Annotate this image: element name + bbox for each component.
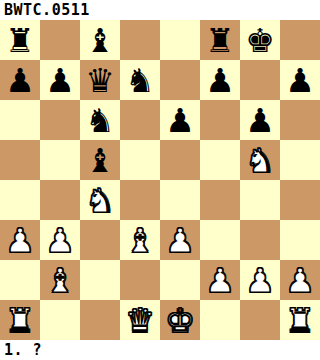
- square-f8[interactable]: ♜: [200, 20, 240, 60]
- square-a7[interactable]: ♟: [0, 60, 40, 100]
- square-c2[interactable]: [80, 260, 120, 300]
- white-bishop-piece: ♝: [45, 264, 75, 297]
- white-pawn-piece: ♟: [245, 264, 275, 297]
- white-pawn-piece: ♟: [45, 224, 75, 257]
- square-g4[interactable]: [240, 180, 280, 220]
- square-a5[interactable]: [0, 140, 40, 180]
- square-a4[interactable]: [0, 180, 40, 220]
- white-pawn-piece: ♟: [5, 224, 35, 257]
- white-knight-piece: ♞: [245, 144, 275, 177]
- square-g7[interactable]: [240, 60, 280, 100]
- square-g8[interactable]: ♚: [240, 20, 280, 60]
- square-b5[interactable]: [40, 140, 80, 180]
- square-f5[interactable]: [200, 140, 240, 180]
- black-pawn-piece: ♟: [245, 104, 275, 137]
- square-b1[interactable]: [40, 300, 80, 340]
- square-h2[interactable]: ♟: [280, 260, 320, 300]
- square-d5[interactable]: [120, 140, 160, 180]
- square-e5[interactable]: [160, 140, 200, 180]
- square-c3[interactable]: [80, 220, 120, 260]
- square-b4[interactable]: [40, 180, 80, 220]
- square-d8[interactable]: [120, 20, 160, 60]
- square-c7[interactable]: ♛: [80, 60, 120, 100]
- square-c5[interactable]: ♝: [80, 140, 120, 180]
- square-f2[interactable]: ♟: [200, 260, 240, 300]
- black-bishop-piece: ♝: [85, 144, 115, 177]
- square-d6[interactable]: [120, 100, 160, 140]
- black-king-piece: ♚: [245, 24, 275, 57]
- square-d1[interactable]: ♛: [120, 300, 160, 340]
- black-rook-piece: ♜: [5, 24, 35, 57]
- square-b7[interactable]: ♟: [40, 60, 80, 100]
- black-pawn-piece: ♟: [285, 64, 315, 97]
- black-bishop-piece: ♝: [85, 24, 115, 57]
- square-a1[interactable]: ♜: [0, 300, 40, 340]
- square-e1[interactable]: ♚: [160, 300, 200, 340]
- white-king-piece: ♚: [165, 304, 195, 337]
- square-d2[interactable]: [120, 260, 160, 300]
- square-a3[interactable]: ♟: [0, 220, 40, 260]
- square-e2[interactable]: [160, 260, 200, 300]
- square-g3[interactable]: [240, 220, 280, 260]
- square-f3[interactable]: [200, 220, 240, 260]
- square-f6[interactable]: [200, 100, 240, 140]
- black-pawn-piece: ♟: [165, 104, 195, 137]
- square-b8[interactable]: [40, 20, 80, 60]
- square-a6[interactable]: [0, 100, 40, 140]
- square-h7[interactable]: ♟: [280, 60, 320, 100]
- puzzle-title: BWTC.0511: [0, 0, 320, 20]
- square-e8[interactable]: [160, 20, 200, 60]
- white-rook-piece: ♜: [5, 304, 35, 337]
- black-pawn-piece: ♟: [5, 64, 35, 97]
- square-e6[interactable]: ♟: [160, 100, 200, 140]
- white-pawn-piece: ♟: [205, 264, 235, 297]
- square-h1[interactable]: ♜: [280, 300, 320, 340]
- square-c4[interactable]: ♞: [80, 180, 120, 220]
- square-e3[interactable]: ♟: [160, 220, 200, 260]
- white-bishop-piece: ♝: [125, 224, 155, 257]
- black-pawn-piece: ♟: [45, 64, 75, 97]
- square-c6[interactable]: ♞: [80, 100, 120, 140]
- square-e7[interactable]: [160, 60, 200, 100]
- white-pawn-piece: ♟: [285, 264, 315, 297]
- square-a8[interactable]: ♜: [0, 20, 40, 60]
- square-f4[interactable]: [200, 180, 240, 220]
- white-pawn-piece: ♟: [165, 224, 195, 257]
- square-a2[interactable]: [0, 260, 40, 300]
- square-f1[interactable]: [200, 300, 240, 340]
- square-b6[interactable]: [40, 100, 80, 140]
- white-knight-piece: ♞: [85, 184, 115, 217]
- square-h6[interactable]: [280, 100, 320, 140]
- white-rook-piece: ♜: [285, 304, 315, 337]
- square-h4[interactable]: [280, 180, 320, 220]
- square-e4[interactable]: [160, 180, 200, 220]
- square-h3[interactable]: [280, 220, 320, 260]
- square-c8[interactable]: ♝: [80, 20, 120, 60]
- black-rook-piece: ♜: [205, 24, 235, 57]
- square-g2[interactable]: ♟: [240, 260, 280, 300]
- black-knight-piece: ♞: [125, 64, 155, 97]
- square-d4[interactable]: [120, 180, 160, 220]
- square-c1[interactable]: [80, 300, 120, 340]
- square-g6[interactable]: ♟: [240, 100, 280, 140]
- black-queen-piece: ♛: [85, 64, 115, 97]
- square-f7[interactable]: ♟: [200, 60, 240, 100]
- black-pawn-piece: ♟: [205, 64, 235, 97]
- white-queen-piece: ♛: [125, 304, 155, 337]
- square-d7[interactable]: ♞: [120, 60, 160, 100]
- square-h5[interactable]: [280, 140, 320, 180]
- square-g1[interactable]: [240, 300, 280, 340]
- move-prompt: 1. ?: [0, 340, 320, 360]
- chess-board: ♜♝♜♚♟♟♛♞♟♟♞♟♟♝♞♞♟♟♝♟♝♟♟♟♜♛♚♜: [0, 20, 320, 340]
- square-g5[interactable]: ♞: [240, 140, 280, 180]
- square-h8[interactable]: [280, 20, 320, 60]
- black-knight-piece: ♞: [85, 104, 115, 137]
- square-b2[interactable]: ♝: [40, 260, 80, 300]
- square-d3[interactable]: ♝: [120, 220, 160, 260]
- square-b3[interactable]: ♟: [40, 220, 80, 260]
